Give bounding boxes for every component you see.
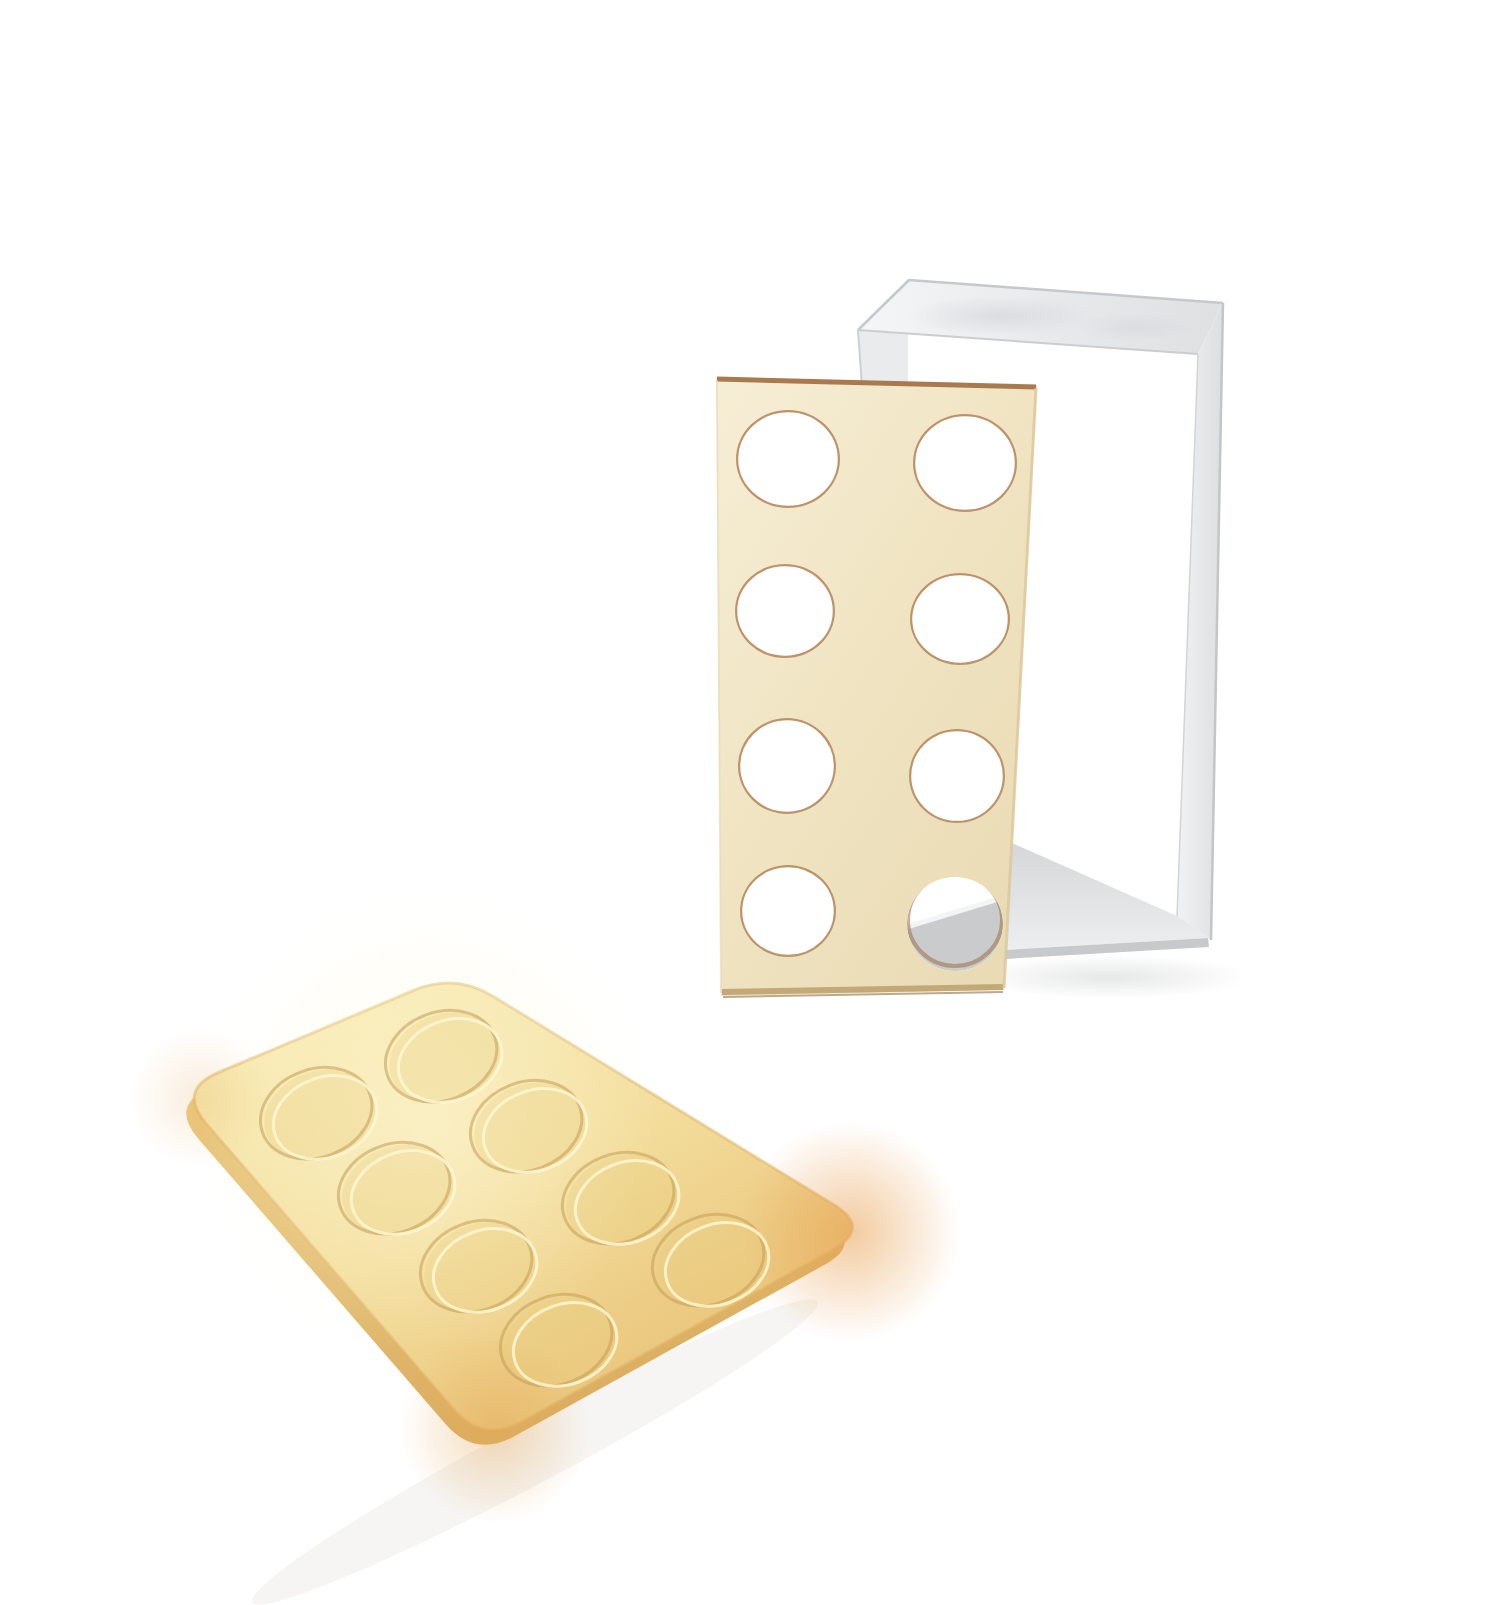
product-photo xyxy=(0,0,1500,1605)
cutter-shadow xyxy=(970,955,1250,999)
brick-cookie xyxy=(130,895,960,1605)
